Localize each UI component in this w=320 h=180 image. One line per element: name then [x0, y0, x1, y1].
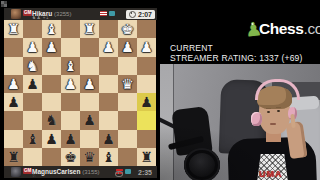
square-f5[interactable] — [42, 93, 61, 111]
square-a6[interactable] — [137, 111, 156, 129]
square-e7[interactable]: ♟ — [61, 130, 80, 148]
square-e8[interactable]: ♚ — [61, 148, 80, 166]
black-p-piece: ♟ — [140, 95, 153, 109]
square-b3[interactable] — [118, 57, 137, 75]
title-badge-top: GM — [23, 10, 32, 16]
black-r-piece: ♜ — [7, 150, 20, 164]
square-a3[interactable] — [137, 57, 156, 75]
square-c2[interactable]: ♟ — [99, 38, 118, 56]
square-d7[interactable] — [80, 130, 99, 148]
black-p-piece: ♟ — [26, 77, 39, 91]
black-n-piece: ♞ — [45, 113, 58, 127]
clock-top-time: 2:07 — [138, 11, 152, 18]
square-d1[interactable]: ♜ — [80, 20, 99, 38]
square-h3[interactable] — [4, 57, 23, 75]
white-b-piece: ♝ — [64, 59, 77, 73]
black-p-piece: ♟ — [64, 132, 77, 146]
square-f3[interactable] — [42, 57, 61, 75]
stream-frame: GM Hikaru (3255) ♞♟ +1 2:07 ♜♝♜♚♟♟♟♟♟♞♝♟… — [0, 0, 320, 180]
badge-icon-bottom — [125, 169, 131, 174]
square-h5[interactable]: ♟ — [4, 93, 23, 111]
player-bar-bottom: GM MagnusCarlsen (3155) ♘ 2:35 — [4, 166, 157, 178]
white-k-piece: ♚ — [121, 22, 134, 36]
chesscom-logo: ♟ Chess.com — [245, 16, 320, 44]
black-b-piece: ♝ — [26, 132, 39, 146]
white-r-piece: ♜ — [83, 22, 96, 36]
square-h8[interactable]: ♜ — [4, 148, 23, 166]
black-p-piece: ♟ — [83, 113, 96, 127]
square-e5[interactable] — [61, 93, 80, 111]
square-b4[interactable]: ♛ — [118, 75, 137, 93]
square-e6[interactable] — [61, 111, 80, 129]
square-g3[interactable]: ♞ — [23, 57, 42, 75]
overlay-line2: STREAMER RATING: 1337 (+69) — [170, 53, 303, 63]
clock-bottom-time: 2:35 — [138, 169, 152, 176]
brand-bold: Chess — [259, 20, 304, 37]
square-b5[interactable] — [118, 93, 137, 111]
black-q-piece: ♛ — [83, 150, 96, 164]
white-p-piece: ♟ — [121, 40, 134, 54]
square-a2[interactable]: ♟ — [137, 38, 156, 56]
player-rating-bottom: (3155) — [82, 169, 99, 175]
player-name-bottom[interactable]: MagnusCarlsen (3155) — [32, 168, 100, 175]
square-d8[interactable]: ♛ — [80, 148, 99, 166]
square-g8[interactable] — [23, 148, 42, 166]
square-f6[interactable]: ♞ — [42, 111, 61, 129]
square-g1[interactable] — [23, 20, 42, 38]
webcam-view: UMA — [160, 64, 320, 180]
square-a1[interactable] — [137, 20, 156, 38]
white-p-piece: ♟ — [83, 77, 96, 91]
square-f4[interactable] — [42, 75, 61, 93]
square-h1[interactable]: ♜ — [4, 20, 23, 38]
square-g2[interactable]: ♟ — [23, 38, 42, 56]
square-c3[interactable] — [99, 57, 118, 75]
white-b-piece: ♝ — [45, 22, 58, 36]
square-a7[interactable] — [137, 130, 156, 148]
square-c1[interactable] — [99, 20, 118, 38]
overlay-panel: ♟ Chess.com CURRENT STREAMER RATING: 133… — [157, 0, 320, 64]
square-g7[interactable]: ♝ — [23, 130, 42, 148]
square-c5[interactable] — [99, 93, 118, 111]
square-f7[interactable]: ♟ — [42, 130, 61, 148]
avatar-bottom[interactable] — [11, 167, 21, 177]
spectators-icon — [115, 171, 123, 177]
square-g6[interactable] — [23, 111, 42, 129]
square-g4[interactable]: ♟ — [23, 75, 42, 93]
square-b7[interactable] — [118, 130, 137, 148]
square-a4[interactable] — [137, 75, 156, 93]
clock-bottom: 2:35 — [135, 168, 155, 177]
flag-icon-top — [100, 11, 107, 16]
black-r-piece: ♜ — [140, 150, 153, 164]
black-p-piece: ♟ — [102, 132, 115, 146]
black-k-piece: ♚ — [64, 150, 77, 164]
square-g5[interactable] — [23, 93, 42, 111]
square-f1[interactable]: ♝ — [42, 20, 61, 38]
chesscom-wordmark: Chess.com — [259, 20, 320, 38]
white-p-piece: ♟ — [7, 77, 20, 91]
square-d3[interactable] — [80, 57, 99, 75]
square-b8[interactable] — [118, 148, 137, 166]
badge-icon-top — [109, 11, 115, 16]
square-c7[interactable]: ♟ — [99, 130, 118, 148]
square-c4[interactable] — [99, 75, 118, 93]
square-b6[interactable] — [118, 111, 137, 129]
square-h2[interactable] — [4, 38, 23, 56]
white-r-piece: ♜ — [7, 22, 20, 36]
square-d6[interactable]: ♟ — [80, 111, 99, 129]
square-a5[interactable]: ♟ — [137, 93, 156, 111]
clock-top: 2:07 — [126, 10, 155, 19]
square-h7[interactable] — [4, 130, 23, 148]
overlay-line1: CURRENT — [170, 43, 213, 53]
white-p-piece: ♟ — [102, 40, 115, 54]
square-d5[interactable] — [80, 93, 99, 111]
webcam-vignette — [160, 64, 320, 180]
square-a8[interactable]: ♜ — [137, 148, 156, 166]
white-p-piece: ♟ — [45, 40, 58, 54]
white-p-piece: ♟ — [64, 77, 77, 91]
white-p-piece: ♟ — [26, 40, 39, 54]
square-e2[interactable] — [61, 38, 80, 56]
square-b1[interactable]: ♚ — [118, 20, 137, 38]
square-f8[interactable] — [42, 148, 61, 166]
square-e4[interactable]: ♟ — [61, 75, 80, 93]
white-p-piece: ♟ — [140, 40, 153, 54]
black-b-piece: ♝ — [102, 150, 115, 164]
square-h6[interactable] — [4, 111, 23, 129]
brand-tld: .com — [304, 20, 320, 37]
chess-board[interactable]: ♜♝♜♚♟♟♟♟♟♞♝♟♟♟♟♛♟♟♞♟♝♟♟♟♜♚♛♝♜ — [4, 20, 156, 166]
captured-pieces-bottom: ♘ — [32, 173, 37, 178]
black-p-piece: ♟ — [45, 132, 58, 146]
player-rating-top: (3255) — [54, 11, 71, 17]
player-name-bottom-text: MagnusCarlsen — [32, 168, 80, 175]
black-p-piece: ♟ — [7, 95, 20, 109]
white-n-piece: ♞ — [26, 59, 39, 73]
clock-icon — [129, 11, 136, 18]
square-e1[interactable] — [61, 20, 80, 38]
square-d4[interactable]: ♟ — [80, 75, 99, 93]
avatar-top[interactable] — [11, 9, 21, 19]
title-badge-bottom: GM — [23, 168, 32, 174]
square-c8[interactable]: ♝ — [99, 148, 118, 166]
square-b2[interactable]: ♟ — [118, 38, 137, 56]
square-e3[interactable]: ♝ — [61, 57, 80, 75]
white-q-piece: ♛ — [121, 77, 134, 91]
square-f2[interactable]: ♟ — [42, 38, 61, 56]
square-h4[interactable]: ♟ — [4, 75, 23, 93]
square-c6[interactable] — [99, 111, 118, 129]
player-bar-top: GM Hikaru (3255) ♞♟ +1 2:07 — [4, 8, 157, 20]
square-d2[interactable] — [80, 38, 99, 56]
menu-icon[interactable] — [1, 1, 7, 7]
